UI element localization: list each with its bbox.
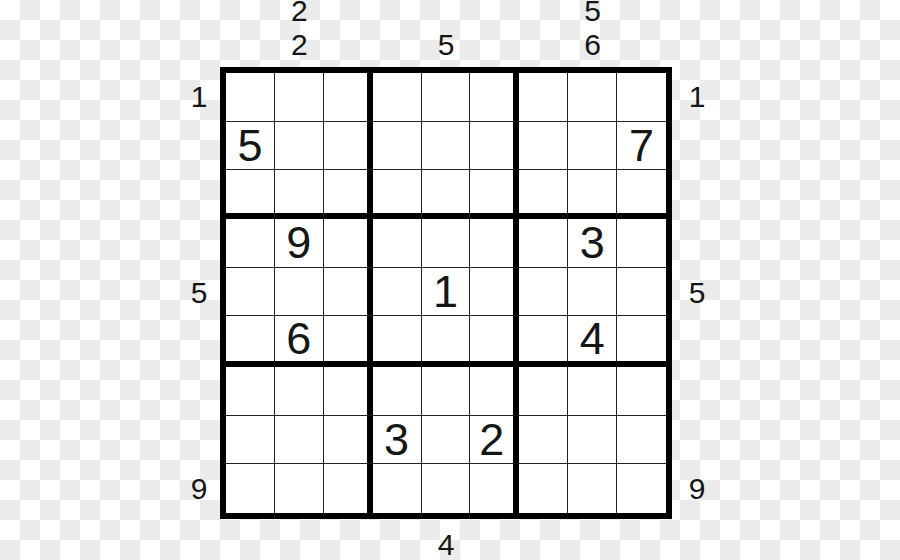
cell-r4c4[interactable] (373, 219, 422, 268)
cell-r1c9[interactable] (617, 73, 666, 122)
given-digit: 1 (433, 269, 458, 314)
clue-top-inner-c2: 2 (291, 30, 308, 60)
cell-r3c4[interactable] (373, 170, 422, 219)
clue-right-r9: 9 (689, 474, 706, 504)
cell-r8c8[interactable] (568, 416, 617, 465)
clue-left-r9: 9 (191, 474, 208, 504)
cell-r5c1[interactable] (226, 268, 275, 317)
cell-r9c7[interactable] (519, 464, 568, 513)
cell-r3c1[interactable] (226, 170, 275, 219)
sudoku-board: 579316432 (220, 67, 672, 519)
cell-r1c2[interactable] (275, 73, 324, 122)
cell-r5c9[interactable] (617, 268, 666, 317)
given-digit: 7 (629, 123, 654, 168)
given-digit: 9 (286, 220, 311, 265)
cell-r4c9[interactable] (617, 219, 666, 268)
cell-r4c1[interactable] (226, 219, 275, 268)
cell-r6c4[interactable] (373, 316, 422, 367)
given-digit: 6 (286, 316, 311, 361)
cell-r4c8[interactable]: 3 (568, 219, 617, 268)
cell-r6c6[interactable] (470, 316, 519, 367)
cell-r5c3[interactable] (324, 268, 373, 317)
cell-r3c9[interactable] (617, 170, 666, 219)
cell-r9c8[interactable] (568, 464, 617, 513)
cell-r8c7[interactable] (519, 416, 568, 465)
cell-r1c4[interactable] (373, 73, 422, 122)
clue-top-outer-c8: 5 (584, 0, 601, 26)
clue-left-r1: 1 (191, 82, 208, 112)
clue-bottom-c5: 4 (438, 530, 455, 560)
cell-r8c5[interactable] (422, 416, 471, 465)
cell-r7c6[interactable] (470, 367, 519, 416)
cell-r5c5[interactable]: 1 (422, 268, 471, 317)
cell-r2c3[interactable] (324, 122, 373, 171)
cell-r4c2[interactable]: 9 (275, 219, 324, 268)
given-digit: 3 (384, 417, 409, 462)
cell-r2c8[interactable] (568, 122, 617, 171)
cell-r6c8[interactable]: 4 (568, 316, 617, 367)
cell-r2c7[interactable] (519, 122, 568, 171)
cell-r3c2[interactable] (275, 170, 324, 219)
given-digit: 2 (479, 417, 504, 462)
cell-r7c8[interactable] (568, 367, 617, 416)
cell-r2c4[interactable] (373, 122, 422, 171)
clue-left-r5: 5 (191, 278, 208, 308)
cell-r4c6[interactable] (470, 219, 519, 268)
cell-r1c7[interactable] (519, 73, 568, 122)
clue-top-outer-c2: 2 (291, 0, 308, 26)
cell-r6c5[interactable] (422, 316, 471, 367)
cell-r9c1[interactable] (226, 464, 275, 513)
cell-r6c9[interactable] (617, 316, 666, 367)
clue-top-inner-c5: 5 (438, 30, 455, 60)
cell-r3c7[interactable] (519, 170, 568, 219)
cell-r1c3[interactable] (324, 73, 373, 122)
cell-r7c1[interactable] (226, 367, 275, 416)
cell-r2c6[interactable] (470, 122, 519, 171)
cell-r8c9[interactable] (617, 416, 666, 465)
cell-r5c4[interactable] (373, 268, 422, 317)
cell-r5c6[interactable] (470, 268, 519, 317)
cell-r9c4[interactable] (373, 464, 422, 513)
cell-r5c8[interactable] (568, 268, 617, 317)
clue-right-r1: 1 (689, 82, 706, 112)
cell-r7c4[interactable] (373, 367, 422, 416)
cell-r9c5[interactable] (422, 464, 471, 513)
cell-r2c2[interactable] (275, 122, 324, 171)
puzzle-canvas: 579316432 252561591594 (0, 0, 900, 560)
cell-r8c2[interactable] (275, 416, 324, 465)
cell-r3c8[interactable] (568, 170, 617, 219)
cell-r9c2[interactable] (275, 464, 324, 513)
cell-r7c7[interactable] (519, 367, 568, 416)
cell-r1c6[interactable] (470, 73, 519, 122)
cell-r7c3[interactable] (324, 367, 373, 416)
given-digit: 3 (580, 220, 605, 265)
cell-r6c2[interactable]: 6 (275, 316, 324, 367)
cell-r3c5[interactable] (422, 170, 471, 219)
cell-r4c5[interactable] (422, 219, 471, 268)
given-digit: 5 (237, 123, 262, 168)
cell-r7c2[interactable] (275, 367, 324, 416)
cell-r5c2[interactable] (275, 268, 324, 317)
cell-r4c3[interactable] (324, 219, 373, 268)
clue-top-inner-c8: 6 (584, 30, 601, 60)
cell-r8c3[interactable] (324, 416, 373, 465)
cell-r2c5[interactable] (422, 122, 471, 171)
cell-r8c6[interactable]: 2 (470, 416, 519, 465)
cell-r8c1[interactable] (226, 416, 275, 465)
cell-r6c7[interactable] (519, 316, 568, 367)
cell-r3c6[interactable] (470, 170, 519, 219)
cell-r9c9[interactable] (617, 464, 666, 513)
cell-r1c5[interactable] (422, 73, 471, 122)
cell-r5c7[interactable] (519, 268, 568, 317)
cell-r2c1[interactable]: 5 (226, 122, 275, 171)
clue-right-r5: 5 (689, 278, 706, 308)
cell-r6c3[interactable] (324, 316, 373, 367)
cell-r3c3[interactable] (324, 170, 373, 219)
cell-r4c7[interactable] (519, 219, 568, 268)
given-digit: 4 (580, 316, 605, 361)
cell-r2c9[interactable]: 7 (617, 122, 666, 171)
cell-r6c1[interactable] (226, 316, 275, 367)
cell-r9c3[interactable] (324, 464, 373, 513)
cell-r1c8[interactable] (568, 73, 617, 122)
cell-r9c6[interactable] (470, 464, 519, 513)
cell-r8c4[interactable]: 3 (373, 416, 422, 465)
cell-r1c1[interactable] (226, 73, 275, 122)
cell-r7c5[interactable] (422, 367, 471, 416)
cell-r7c9[interactable] (617, 367, 666, 416)
